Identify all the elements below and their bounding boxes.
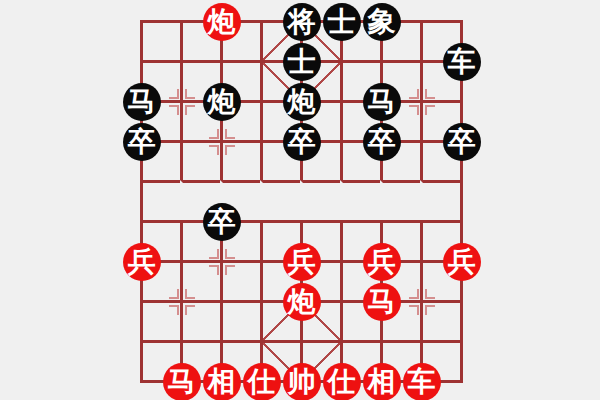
board-cell <box>220 300 260 340</box>
board-cell <box>340 180 380 220</box>
piece-red-cannon[interactable]: 炮 <box>203 3 241 41</box>
piece-red-horse[interactable]: 马 <box>363 283 401 321</box>
piece-black-general[interactable]: 将 <box>283 3 321 41</box>
piece-black-advisor[interactable]: 士 <box>283 43 321 81</box>
board-cell <box>220 260 260 300</box>
board-cell <box>220 140 260 180</box>
piece-black-soldier[interactable]: 卒 <box>283 123 321 161</box>
piece-red-general[interactable]: 帅 <box>283 363 321 400</box>
xiangqi-app: 炮将士象士车马炮炮马卒卒卒卒卒兵兵兵兵炮马马相仕帅仕相车 <box>0 0 600 400</box>
board-cell <box>380 180 420 220</box>
piece-red-elephant[interactable]: 相 <box>363 363 401 400</box>
board-cell <box>140 20 180 60</box>
piece-black-soldier[interactable]: 卒 <box>363 123 401 161</box>
piece-black-cannon[interactable]: 炮 <box>283 83 321 121</box>
piece-red-chariot[interactable]: 车 <box>403 363 441 400</box>
board-cell <box>180 260 220 300</box>
piece-red-elephant[interactable]: 相 <box>203 363 241 400</box>
piece-black-soldier[interactable]: 卒 <box>443 123 481 161</box>
piece-red-advisor[interactable]: 仕 <box>243 363 281 400</box>
board-cell <box>420 300 460 340</box>
board-cell <box>180 140 220 180</box>
board-cell <box>140 300 180 340</box>
board-cell <box>300 180 340 220</box>
xiangqi-board[interactable]: 炮将士象士车马炮炮马卒卒卒卒卒兵兵兵兵炮马马相仕帅仕相车 <box>140 20 463 383</box>
piece-red-cannon[interactable]: 炮 <box>283 283 321 321</box>
board-cell <box>140 180 180 220</box>
piece-black-cannon[interactable]: 炮 <box>203 83 241 121</box>
board-cell <box>260 180 300 220</box>
piece-red-horse[interactable]: 马 <box>163 363 201 400</box>
piece-red-soldier[interactable]: 兵 <box>283 243 321 281</box>
piece-black-soldier[interactable]: 卒 <box>123 123 161 161</box>
piece-red-soldier[interactable]: 兵 <box>123 243 161 281</box>
piece-black-chariot[interactable]: 车 <box>443 43 481 81</box>
piece-black-soldier[interactable]: 卒 <box>203 203 241 241</box>
piece-red-soldier[interactable]: 兵 <box>363 243 401 281</box>
piece-black-horse[interactable]: 马 <box>123 83 161 121</box>
piece-black-advisor[interactable]: 士 <box>323 3 361 41</box>
piece-red-advisor[interactable]: 仕 <box>323 363 361 400</box>
piece-black-elephant[interactable]: 象 <box>363 3 401 41</box>
piece-red-soldier[interactable]: 兵 <box>443 243 481 281</box>
board-cell <box>420 180 460 220</box>
piece-black-horse[interactable]: 马 <box>363 83 401 121</box>
board-cell <box>180 300 220 340</box>
